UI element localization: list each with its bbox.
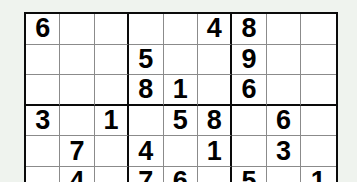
cell-r6c9[interactable]: 1 (301, 167, 335, 182)
cell-r5c2[interactable]: 7 (60, 136, 94, 167)
given-digit: 6 (173, 168, 188, 182)
cell-r4c1[interactable]: 3 (26, 106, 60, 137)
given-digit: 6 (242, 76, 257, 103)
given-digit: 7 (70, 138, 85, 165)
cell-r4c8[interactable]: 6 (267, 106, 301, 137)
given-digit: 6 (276, 107, 291, 134)
cell-r1c6[interactable]: 4 (198, 14, 232, 45)
cell-r1c8[interactable] (267, 14, 301, 45)
given-digit: 5 (138, 46, 153, 73)
cell-r6c6[interactable] (198, 167, 232, 182)
given-digit: 5 (242, 168, 257, 182)
cell-r3c7[interactable]: 6 (232, 75, 266, 106)
cell-r4c9[interactable] (301, 106, 335, 137)
cell-r6c1[interactable] (26, 167, 60, 182)
cell-r3c3[interactable] (95, 75, 129, 106)
cell-r1c3[interactable] (95, 14, 129, 45)
cell-r1c9[interactable] (301, 14, 335, 45)
cell-r3c5[interactable]: 1 (164, 75, 198, 106)
cell-r5c5[interactable] (164, 136, 198, 167)
given-digit: 7 (138, 168, 153, 182)
cell-r2c4[interactable]: 5 (129, 45, 163, 76)
cell-r6c8[interactable] (267, 167, 301, 182)
cell-r4c5[interactable]: 5 (164, 106, 198, 137)
given-digit: 1 (173, 76, 188, 103)
cell-r1c1[interactable]: 6 (26, 14, 60, 45)
cell-r2c5[interactable] (164, 45, 198, 76)
cell-r2c6[interactable] (198, 45, 232, 76)
cell-r2c7[interactable]: 9 (232, 45, 266, 76)
cell-r2c8[interactable] (267, 45, 301, 76)
cell-r6c4[interactable]: 7 (129, 167, 163, 182)
cell-r4c2[interactable] (60, 106, 94, 137)
cell-r2c3[interactable] (95, 45, 129, 76)
cell-r4c4[interactable] (129, 106, 163, 137)
cell-r5c4[interactable]: 4 (129, 136, 163, 167)
cell-r3c4[interactable]: 8 (129, 75, 163, 106)
cell-r3c6[interactable] (198, 75, 232, 106)
cell-r1c4[interactable] (129, 14, 163, 45)
given-digit: 9 (242, 46, 257, 73)
cell-r3c9[interactable] (301, 75, 335, 106)
given-digit: 1 (207, 138, 222, 165)
given-digit: 3 (276, 138, 291, 165)
cell-r5c8[interactable]: 3 (267, 136, 301, 167)
given-digit: 4 (138, 138, 153, 165)
cell-r6c5[interactable]: 6 (164, 167, 198, 182)
given-digit: 1 (103, 107, 118, 134)
cell-r6c7[interactable]: 5 (232, 167, 266, 182)
cell-r2c2[interactable] (60, 45, 94, 76)
given-digit: 8 (242, 15, 257, 42)
given-digit: 6 (35, 15, 50, 42)
sudoku-screenshot: 6485981631586741347651 (0, 0, 357, 182)
cell-r2c1[interactable] (26, 45, 60, 76)
cell-r5c1[interactable] (26, 136, 60, 167)
given-digit: 5 (173, 107, 188, 134)
given-digit: 8 (138, 76, 153, 103)
cell-r6c2[interactable]: 4 (60, 167, 94, 182)
cell-r1c2[interactable] (60, 14, 94, 45)
given-digit: 3 (35, 107, 50, 134)
cell-r4c3[interactable]: 1 (95, 106, 129, 137)
cell-r1c7[interactable]: 8 (232, 14, 266, 45)
cell-r1c5[interactable] (164, 14, 198, 45)
sudoku-board: 6485981631586741347651 (24, 12, 338, 182)
cell-r6c3[interactable] (95, 167, 129, 182)
given-digit: 4 (70, 168, 85, 182)
cell-r3c2[interactable] (60, 75, 94, 106)
cell-r3c1[interactable] (26, 75, 60, 106)
given-digit: 8 (207, 107, 222, 134)
cell-r5c9[interactable] (301, 136, 335, 167)
given-digit: 4 (207, 15, 222, 42)
cell-r4c6[interactable]: 8 (198, 106, 232, 137)
cell-r5c7[interactable] (232, 136, 266, 167)
given-digit: 1 (311, 168, 326, 182)
cell-r2c9[interactable] (301, 45, 335, 76)
cell-r4c7[interactable] (232, 106, 266, 137)
cell-r5c3[interactable] (95, 136, 129, 167)
cell-r5c6[interactable]: 1 (198, 136, 232, 167)
cell-r3c8[interactable] (267, 75, 301, 106)
